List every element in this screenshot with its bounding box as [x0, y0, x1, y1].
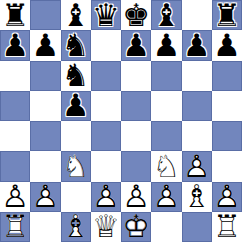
- square-c2[interactable]: [61, 182, 91, 212]
- square-b6[interactable]: [30, 61, 60, 91]
- chess-board: ♜♝♛♚♝♜♟♟♞♟♟♟♟♞♟♞♘♞♘♟♙♟♙♟♙♟♙♟♙♟♙♝♗♟♙♜♖♝♗♛…: [0, 0, 242, 242]
- square-c8[interactable]: ♝: [61, 0, 91, 30]
- square-f8[interactable]: ♝: [151, 0, 181, 30]
- square-f3[interactable]: ♞♘: [151, 151, 181, 181]
- square-e8[interactable]: ♚: [121, 0, 151, 30]
- square-b2[interactable]: ♟♙: [30, 182, 60, 212]
- square-a7[interactable]: ♟: [0, 30, 30, 60]
- square-f1[interactable]: [151, 212, 181, 242]
- square-h1[interactable]: ♜♖: [212, 212, 242, 242]
- square-d1[interactable]: ♛♕: [91, 212, 121, 242]
- square-f2[interactable]: ♟♙: [151, 182, 181, 212]
- black-pawn: ♟: [30, 30, 60, 60]
- black-pawn: ♟: [61, 91, 91, 121]
- square-g6[interactable]: [182, 61, 212, 91]
- square-f7[interactable]: ♟: [151, 30, 181, 60]
- white-queen: ♛♕: [91, 212, 121, 242]
- square-c6[interactable]: ♞: [61, 61, 91, 91]
- square-e4[interactable]: [121, 121, 151, 151]
- square-h7[interactable]: ♟: [212, 30, 242, 60]
- square-d3[interactable]: [91, 151, 121, 181]
- white-pawn: ♟♙: [151, 182, 181, 212]
- black-rook: ♜: [212, 0, 242, 30]
- white-pawn: ♟♙: [0, 182, 30, 212]
- white-pawn: ♟♙: [182, 151, 212, 181]
- square-e5[interactable]: [121, 91, 151, 121]
- square-b3[interactable]: [30, 151, 60, 181]
- square-d7[interactable]: [91, 30, 121, 60]
- black-rook: ♜: [0, 0, 30, 30]
- black-pawn: ♟: [212, 30, 242, 60]
- black-knight: ♞: [61, 61, 91, 91]
- white-bishop: ♝♗: [182, 182, 212, 212]
- square-a5[interactable]: [0, 91, 30, 121]
- square-g2[interactable]: ♝♗: [182, 182, 212, 212]
- square-g3[interactable]: ♟♙: [182, 151, 212, 181]
- square-g4[interactable]: [182, 121, 212, 151]
- black-pawn: ♟: [0, 30, 30, 60]
- square-g1[interactable]: [182, 212, 212, 242]
- square-g5[interactable]: [182, 91, 212, 121]
- square-d4[interactable]: [91, 121, 121, 151]
- black-knight: ♞: [61, 30, 91, 60]
- square-f5[interactable]: [151, 91, 181, 121]
- square-c3[interactable]: ♞♘: [61, 151, 91, 181]
- square-c7[interactable]: ♞: [61, 30, 91, 60]
- square-c1[interactable]: ♝♗: [61, 212, 91, 242]
- white-rook: ♜♖: [212, 212, 242, 242]
- square-g8[interactable]: [182, 0, 212, 30]
- black-king: ♚: [121, 0, 151, 30]
- square-e2[interactable]: ♟♙: [121, 182, 151, 212]
- black-bishop: ♝: [151, 0, 181, 30]
- black-pawn: ♟: [182, 30, 212, 60]
- square-a6[interactable]: [0, 61, 30, 91]
- square-c4[interactable]: [61, 121, 91, 151]
- square-h2[interactable]: ♟♙: [212, 182, 242, 212]
- white-pawn: ♟♙: [30, 182, 60, 212]
- black-queen: ♛: [91, 0, 121, 30]
- white-knight: ♞♘: [151, 151, 181, 181]
- square-b7[interactable]: ♟: [30, 30, 60, 60]
- square-d6[interactable]: [91, 61, 121, 91]
- square-e1[interactable]: ♚♔: [121, 212, 151, 242]
- square-h5[interactable]: [212, 91, 242, 121]
- square-d2[interactable]: ♟♙: [91, 182, 121, 212]
- white-pawn: ♟♙: [91, 182, 121, 212]
- square-b5[interactable]: [30, 91, 60, 121]
- square-c5[interactable]: ♟: [61, 91, 91, 121]
- square-a4[interactable]: [0, 121, 30, 151]
- square-b4[interactable]: [30, 121, 60, 151]
- white-knight: ♞♘: [61, 151, 91, 181]
- square-e6[interactable]: [121, 61, 151, 91]
- white-bishop: ♝♗: [61, 212, 91, 242]
- square-a1[interactable]: ♜♖: [0, 212, 30, 242]
- black-bishop: ♝: [61, 0, 91, 30]
- square-e7[interactable]: ♟: [121, 30, 151, 60]
- square-h6[interactable]: [212, 61, 242, 91]
- square-b8[interactable]: [30, 0, 60, 30]
- square-h4[interactable]: [212, 121, 242, 151]
- square-f6[interactable]: [151, 61, 181, 91]
- square-d8[interactable]: ♛: [91, 0, 121, 30]
- square-a2[interactable]: ♟♙: [0, 182, 30, 212]
- square-a8[interactable]: ♜: [0, 0, 30, 30]
- white-rook: ♜♖: [0, 212, 30, 242]
- square-a3[interactable]: [0, 151, 30, 181]
- white-king: ♚♔: [121, 212, 151, 242]
- square-e3[interactable]: [121, 151, 151, 181]
- square-b1[interactable]: [30, 212, 60, 242]
- square-d5[interactable]: [91, 91, 121, 121]
- square-f4[interactable]: [151, 121, 181, 151]
- white-pawn: ♟♙: [121, 182, 151, 212]
- black-pawn: ♟: [121, 30, 151, 60]
- square-g7[interactable]: ♟: [182, 30, 212, 60]
- white-pawn: ♟♙: [212, 182, 242, 212]
- black-pawn: ♟: [151, 30, 181, 60]
- square-h8[interactable]: ♜: [212, 0, 242, 30]
- square-h3[interactable]: [212, 151, 242, 181]
